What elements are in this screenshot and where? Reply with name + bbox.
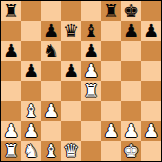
chess-board: ♜♜♚♟♛♝♟♟♟♞♟♟♟♟♜♝♟♟♟♟♟♟♜♞♝♛♚ <box>0 0 162 162</box>
piece-white-pawn[interactable]: ♟ <box>3 121 19 141</box>
square-e3[interactable] <box>81 101 101 121</box>
piece-white-queen[interactable]: ♛ <box>63 141 79 161</box>
square-d4[interactable] <box>61 81 81 101</box>
square-c7[interactable]: ♟ <box>41 21 61 41</box>
square-g7[interactable]: ♟ <box>121 21 141 41</box>
square-a7[interactable] <box>1 21 21 41</box>
piece-black-pawn[interactable]: ♟ <box>43 21 59 41</box>
piece-black-bishop[interactable]: ♝ <box>83 21 99 41</box>
piece-white-pawn[interactable]: ♟ <box>123 121 139 141</box>
square-b8[interactable] <box>21 1 41 21</box>
square-a8[interactable]: ♜ <box>1 1 21 21</box>
square-c1[interactable]: ♝ <box>41 141 61 161</box>
piece-white-king[interactable]: ♚ <box>123 141 139 161</box>
square-h5[interactable] <box>141 61 161 81</box>
square-b5[interactable]: ♟ <box>21 61 41 81</box>
square-g4[interactable] <box>121 81 141 101</box>
chess-board-window: ♜♜♚♟♛♝♟♟♟♞♟♟♟♟♜♝♟♟♟♟♟♟♜♞♝♛♚ <box>0 0 162 162</box>
square-a1[interactable]: ♜ <box>1 141 21 161</box>
piece-black-pawn[interactable]: ♟ <box>143 21 159 41</box>
square-b7[interactable] <box>21 21 41 41</box>
square-f7[interactable] <box>101 21 121 41</box>
square-h2[interactable]: ♟ <box>141 121 161 141</box>
piece-white-pawn[interactable]: ♟ <box>83 61 99 81</box>
square-g8[interactable]: ♚ <box>121 1 141 21</box>
square-a5[interactable] <box>1 61 21 81</box>
piece-black-pawn[interactable]: ♟ <box>83 41 99 61</box>
square-f1[interactable] <box>101 141 121 161</box>
square-h4[interactable] <box>141 81 161 101</box>
piece-white-pawn[interactable]: ♟ <box>143 121 159 141</box>
square-e4[interactable]: ♜ <box>81 81 101 101</box>
square-e1[interactable] <box>81 141 101 161</box>
piece-black-pawn[interactable]: ♟ <box>3 41 19 61</box>
piece-white-pawn[interactable]: ♟ <box>23 121 39 141</box>
piece-black-rook[interactable]: ♜ <box>103 1 119 21</box>
square-d5[interactable]: ♟ <box>61 61 81 81</box>
square-b4[interactable] <box>21 81 41 101</box>
piece-black-king[interactable]: ♚ <box>123 1 139 21</box>
square-c5[interactable] <box>41 61 61 81</box>
square-a2[interactable]: ♟ <box>1 121 21 141</box>
square-h3[interactable] <box>141 101 161 121</box>
square-h7[interactable]: ♟ <box>141 21 161 41</box>
square-c6[interactable]: ♞ <box>41 41 61 61</box>
piece-black-rook[interactable]: ♜ <box>3 1 19 21</box>
piece-white-bishop[interactable]: ♝ <box>43 141 59 161</box>
square-e8[interactable] <box>81 1 101 21</box>
square-d7[interactable]: ♛ <box>61 21 81 41</box>
piece-white-bishop[interactable]: ♝ <box>23 101 39 121</box>
square-f2[interactable]: ♟ <box>101 121 121 141</box>
square-f5[interactable] <box>101 61 121 81</box>
piece-black-queen[interactable]: ♛ <box>63 21 79 41</box>
square-b2[interactable]: ♟ <box>21 121 41 141</box>
square-e6[interactable]: ♟ <box>81 41 101 61</box>
square-d6[interactable] <box>61 41 81 61</box>
square-h6[interactable] <box>141 41 161 61</box>
square-f6[interactable] <box>101 41 121 61</box>
square-e5[interactable]: ♟ <box>81 61 101 81</box>
square-b1[interactable]: ♞ <box>21 141 41 161</box>
square-g1[interactable]: ♚ <box>121 141 141 161</box>
piece-white-rook[interactable]: ♜ <box>83 81 99 101</box>
piece-black-pawn[interactable]: ♟ <box>63 61 79 81</box>
square-e2[interactable] <box>81 121 101 141</box>
square-g2[interactable]: ♟ <box>121 121 141 141</box>
piece-white-pawn[interactable]: ♟ <box>43 101 59 121</box>
piece-black-knight[interactable]: ♞ <box>43 41 59 61</box>
square-h1[interactable] <box>141 141 161 161</box>
piece-white-knight[interactable]: ♞ <box>23 141 39 161</box>
square-d3[interactable] <box>61 101 81 121</box>
square-c4[interactable] <box>41 81 61 101</box>
square-b6[interactable] <box>21 41 41 61</box>
square-a4[interactable] <box>1 81 21 101</box>
square-d2[interactable] <box>61 121 81 141</box>
square-a3[interactable] <box>1 101 21 121</box>
square-h8[interactable] <box>141 1 161 21</box>
piece-white-rook[interactable]: ♜ <box>3 141 19 161</box>
square-g3[interactable] <box>121 101 141 121</box>
square-g6[interactable] <box>121 41 141 61</box>
square-f4[interactable] <box>101 81 121 101</box>
square-a6[interactable]: ♟ <box>1 41 21 61</box>
square-f8[interactable]: ♜ <box>101 1 121 21</box>
square-e7[interactable]: ♝ <box>81 21 101 41</box>
square-c8[interactable] <box>41 1 61 21</box>
square-b3[interactable]: ♝ <box>21 101 41 121</box>
square-c2[interactable] <box>41 121 61 141</box>
piece-white-pawn[interactable]: ♟ <box>103 121 119 141</box>
square-d8[interactable] <box>61 1 81 21</box>
square-c3[interactable]: ♟ <box>41 101 61 121</box>
square-d1[interactable]: ♛ <box>61 141 81 161</box>
piece-black-pawn[interactable]: ♟ <box>23 61 39 81</box>
square-f3[interactable] <box>101 101 121 121</box>
square-g5[interactable] <box>121 61 141 81</box>
piece-black-pawn[interactable]: ♟ <box>123 21 139 41</box>
